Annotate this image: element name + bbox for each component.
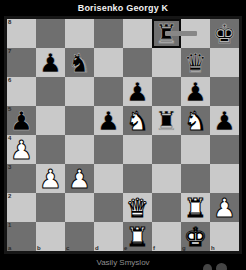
square-d2[interactable] bbox=[94, 193, 123, 222]
rank-label-7: 7 bbox=[8, 48, 11, 55]
square-b3[interactable]: ♟ bbox=[36, 164, 65, 193]
square-e3[interactable] bbox=[123, 164, 152, 193]
black-rook: ♜ bbox=[152, 106, 181, 135]
square-b4[interactable] bbox=[36, 135, 65, 164]
square-g8[interactable] bbox=[181, 19, 210, 48]
square-g2[interactable]: ♜ bbox=[181, 193, 210, 222]
square-f5[interactable]: ♜ bbox=[152, 106, 181, 135]
square-f7[interactable] bbox=[152, 48, 181, 77]
square-f4[interactable] bbox=[152, 135, 181, 164]
file-label-b: b bbox=[37, 245, 41, 251]
square-b2[interactable] bbox=[36, 193, 65, 222]
file-label-a: a bbox=[8, 245, 11, 251]
square-e4[interactable] bbox=[123, 135, 152, 164]
square-e5[interactable]: ♞ bbox=[123, 106, 152, 135]
square-a6[interactable]: 6 bbox=[7, 77, 36, 106]
square-h3[interactable] bbox=[210, 164, 239, 193]
square-e2[interactable]: ♛ bbox=[123, 193, 152, 222]
square-a3[interactable]: 3 bbox=[7, 164, 36, 193]
square-d3[interactable] bbox=[94, 164, 123, 193]
square-c7[interactable]: ♞ bbox=[65, 48, 94, 77]
square-b6[interactable] bbox=[36, 77, 65, 106]
square-a4[interactable]: 4♟ bbox=[7, 135, 36, 164]
square-e8[interactable] bbox=[123, 19, 152, 48]
square-b5[interactable] bbox=[36, 106, 65, 135]
square-f1[interactable]: f bbox=[152, 222, 181, 251]
clipped-glyph-left bbox=[203, 264, 212, 270]
square-d5[interactable]: ♟ bbox=[94, 106, 123, 135]
square-c1[interactable]: c bbox=[65, 222, 94, 251]
file-label-h: h bbox=[211, 245, 215, 251]
black-pawn: ♟ bbox=[123, 77, 152, 106]
file-label-g: g bbox=[182, 245, 186, 251]
square-b8[interactable] bbox=[36, 19, 65, 48]
square-d4[interactable] bbox=[94, 135, 123, 164]
square-c5[interactable] bbox=[65, 106, 94, 135]
square-e1[interactable]: e♜ bbox=[123, 222, 152, 251]
square-a2[interactable]: 2 bbox=[7, 193, 36, 222]
black-knight: ♞ bbox=[65, 48, 94, 77]
black-pawn: ♟ bbox=[7, 106, 36, 135]
black-king: ♚ bbox=[210, 19, 239, 48]
white-rook: ♜ bbox=[181, 193, 210, 222]
white-knight: ♞ bbox=[123, 106, 152, 135]
black-queen: ♛ bbox=[181, 48, 210, 77]
square-g5[interactable]: ♞ bbox=[181, 106, 210, 135]
rank-label-3: 3 bbox=[8, 164, 11, 171]
white-pawn: ♟ bbox=[36, 164, 65, 193]
square-c6[interactable] bbox=[65, 77, 94, 106]
rank-label-2: 2 bbox=[8, 193, 11, 200]
square-e7[interactable] bbox=[123, 48, 152, 77]
square-b1[interactable]: b bbox=[36, 222, 65, 251]
square-f8[interactable]: ♜ bbox=[152, 19, 181, 48]
white-pawn: ♟ bbox=[210, 193, 239, 222]
black-rook: ♜ bbox=[152, 19, 181, 48]
square-d7[interactable] bbox=[94, 48, 123, 77]
square-c8[interactable] bbox=[65, 19, 94, 48]
square-h7[interactable] bbox=[210, 48, 239, 77]
black-pawn: ♟ bbox=[36, 48, 65, 77]
square-h4[interactable] bbox=[210, 135, 239, 164]
square-c3[interactable]: ♟ bbox=[65, 164, 94, 193]
white-king: ♚ bbox=[181, 222, 210, 251]
white-knight: ♞ bbox=[181, 106, 210, 135]
square-h2[interactable]: ♟ bbox=[210, 193, 239, 222]
rank-label-5: 5 bbox=[8, 106, 11, 113]
square-g7[interactable]: ♛ bbox=[181, 48, 210, 77]
square-a5[interactable]: 5♟ bbox=[7, 106, 36, 135]
white-queen: ♛ bbox=[123, 193, 152, 222]
square-a1[interactable]: 1a bbox=[7, 222, 36, 251]
file-label-d: d bbox=[95, 245, 99, 251]
square-a7[interactable]: 7 bbox=[7, 48, 36, 77]
square-b7[interactable]: ♟ bbox=[36, 48, 65, 77]
white-pawn: ♟ bbox=[65, 164, 94, 193]
square-f6[interactable] bbox=[152, 77, 181, 106]
square-g6[interactable]: ♟ bbox=[181, 77, 210, 106]
square-f3[interactable] bbox=[152, 164, 181, 193]
square-c4[interactable] bbox=[65, 135, 94, 164]
square-f2[interactable] bbox=[152, 193, 181, 222]
black-pawn: ♟ bbox=[94, 106, 123, 135]
square-h6[interactable] bbox=[210, 77, 239, 106]
square-g1[interactable]: g♚ bbox=[181, 222, 210, 251]
rank-label-6: 6 bbox=[8, 77, 11, 84]
top-player-name: Borisenko Georgy K bbox=[0, 0, 246, 16]
white-rook: ♜ bbox=[123, 222, 152, 251]
square-h5[interactable]: ♟ bbox=[210, 106, 239, 135]
rank-label-8: 8 bbox=[8, 19, 11, 26]
square-d8[interactable] bbox=[94, 19, 123, 48]
file-label-f: f bbox=[153, 245, 155, 251]
square-c2[interactable] bbox=[65, 193, 94, 222]
square-a8[interactable]: 8 bbox=[7, 19, 36, 48]
black-pawn: ♟ bbox=[210, 106, 239, 135]
square-h1[interactable]: h bbox=[210, 222, 239, 251]
file-label-e: e bbox=[124, 245, 127, 251]
black-pawn: ♟ bbox=[181, 77, 210, 106]
square-d1[interactable]: d bbox=[94, 222, 123, 251]
white-pawn: ♟ bbox=[7, 135, 36, 164]
clipped-glyph-right bbox=[216, 263, 227, 270]
file-label-c: c bbox=[66, 245, 69, 251]
square-g4[interactable] bbox=[181, 135, 210, 164]
square-h8[interactable]: ♚ bbox=[210, 19, 239, 48]
chess-app: { "game": { "name": "chess", "position":… bbox=[0, 0, 246, 270]
rank-label-1: 1 bbox=[8, 222, 11, 229]
rank-label-4: 4 bbox=[8, 135, 11, 142]
square-d6[interactable] bbox=[94, 77, 123, 106]
square-g3[interactable] bbox=[181, 164, 210, 193]
board-frame: 8♜♚7♟♞♛6♟♟5♟♟♞♜♞♟4♟3♟♟2♛♜♟1abcde♜fg♚h bbox=[4, 16, 242, 254]
chess-board: 8♜♚7♟♞♛6♟♟5♟♟♞♜♞♟4♟3♟♟2♛♜♟1abcde♜fg♚h bbox=[7, 19, 239, 251]
square-e6[interactable]: ♟ bbox=[123, 77, 152, 106]
